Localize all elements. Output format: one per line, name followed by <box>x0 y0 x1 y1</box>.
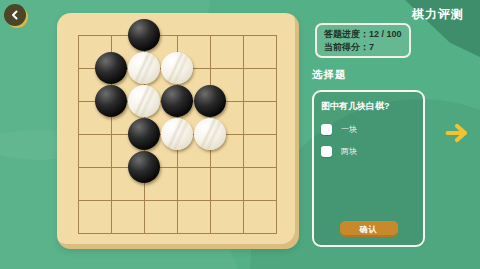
stone-grid <box>61 18 292 249</box>
board-intersection <box>193 150 226 183</box>
board-intersection <box>61 18 94 51</box>
board-intersection <box>226 18 259 51</box>
board-intersection <box>160 84 193 117</box>
score-row: 当前得分： 7 <box>324 41 402 54</box>
board-intersection <box>94 216 127 249</box>
board-intersection <box>226 51 259 84</box>
black-stone <box>128 118 160 150</box>
black-stone <box>194 85 226 117</box>
board-intersection <box>127 51 160 84</box>
back-button[interactable] <box>4 4 26 26</box>
board-intersection <box>61 51 94 84</box>
board-intersection <box>193 216 226 249</box>
board-intersection <box>193 84 226 117</box>
option-2-label: 两块 <box>341 146 357 157</box>
option-row-2[interactable]: 两块 <box>321 146 416 157</box>
board-intersection <box>94 183 127 216</box>
white-stone <box>161 52 193 84</box>
board-intersection <box>127 84 160 117</box>
board-intersection <box>127 150 160 183</box>
black-stone <box>128 19 160 51</box>
board-intersection <box>94 84 127 117</box>
board-intersection <box>61 216 94 249</box>
score-label: 当前得分： <box>324 41 369 54</box>
option-1-label: 一块 <box>341 124 357 135</box>
board-intersection <box>160 216 193 249</box>
section-label: 选择题 <box>312 68 347 82</box>
board-intersection <box>259 18 292 51</box>
board-intersection <box>226 117 259 150</box>
board-intersection <box>259 51 292 84</box>
white-stone <box>194 118 226 150</box>
question-text: 图中有几块白棋? <box>321 100 416 113</box>
black-stone <box>161 85 193 117</box>
progress-row: 答题进度： 12 / 100 <box>324 28 402 41</box>
board-intersection <box>160 51 193 84</box>
board-intersection <box>259 117 292 150</box>
board-intersection <box>193 51 226 84</box>
board-intersection <box>127 117 160 150</box>
chevron-left-icon <box>8 8 22 22</box>
board-intersection <box>193 183 226 216</box>
option-1-checkbox[interactable] <box>321 124 332 135</box>
white-stone <box>161 118 193 150</box>
board-intersection <box>94 117 127 150</box>
black-stone <box>128 151 160 183</box>
go-board <box>57 13 299 249</box>
option-row-1[interactable]: 一块 <box>321 124 416 135</box>
board-intersection <box>127 183 160 216</box>
black-stone <box>95 85 127 117</box>
board-intersection <box>193 117 226 150</box>
board-intersection <box>259 150 292 183</box>
board-intersection <box>61 183 94 216</box>
board-intersection <box>94 18 127 51</box>
board-intersection <box>160 117 193 150</box>
board-intersection <box>226 150 259 183</box>
board-intersection <box>226 216 259 249</box>
board-intersection <box>127 216 160 249</box>
page-title: 棋力评测 <box>412 6 464 23</box>
option-2-checkbox[interactable] <box>321 146 332 157</box>
arrow-right-icon <box>442 118 472 148</box>
white-stone <box>128 85 160 117</box>
board-intersection <box>94 51 127 84</box>
board-intersection <box>193 18 226 51</box>
black-stone <box>95 52 127 84</box>
board-intersection <box>226 84 259 117</box>
board-intersection <box>160 150 193 183</box>
board-intersection <box>94 150 127 183</box>
board-intersection <box>259 84 292 117</box>
board-intersection <box>61 117 94 150</box>
progress-label: 答题进度： <box>324 28 369 41</box>
next-button[interactable] <box>440 116 474 150</box>
board-intersection <box>127 18 160 51</box>
board-intersection <box>160 183 193 216</box>
board-intersection <box>259 216 292 249</box>
confirm-button[interactable]: 确认 <box>340 221 398 237</box>
progress-value: 12 / 100 <box>369 28 402 41</box>
board-intersection <box>160 18 193 51</box>
score-value: 7 <box>369 41 374 54</box>
board-intersection <box>259 183 292 216</box>
stats-card: 答题进度： 12 / 100 当前得分： 7 <box>315 23 411 58</box>
board-intersection <box>61 150 94 183</box>
question-card: 图中有几块白棋? 一块 两块 确认 <box>312 90 425 247</box>
app-screen: 棋力评测 答题进度： 12 / 100 当前得分： 7 选择题 图中有几块白棋?… <box>0 0 480 269</box>
board-intersection <box>226 183 259 216</box>
board-intersection <box>61 84 94 117</box>
white-stone <box>128 52 160 84</box>
